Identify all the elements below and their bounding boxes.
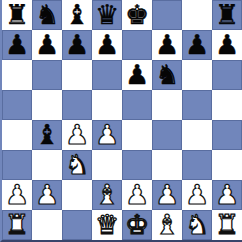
piece-white-pawn-a2[interactable]: ♟ — [5, 180, 29, 210]
square-e3[interactable] — [122, 150, 152, 180]
piece-black-pawn-f7[interactable]: ♟ — [155, 30, 179, 60]
square-a7[interactable]: ♟ — [2, 30, 32, 60]
square-a2[interactable]: ♟ — [2, 180, 32, 210]
square-g2[interactable]: ♟ — [182, 180, 212, 210]
square-h7[interactable]: ♟ — [212, 30, 242, 60]
square-f8[interactable] — [152, 0, 182, 30]
square-e7[interactable] — [122, 30, 152, 60]
piece-black-knight-f6[interactable]: ♞ — [155, 60, 179, 90]
piece-black-rook-h8[interactable]: ♜ — [215, 0, 239, 30]
piece-black-queen-d8[interactable]: ♛ — [95, 0, 119, 30]
piece-black-knight-b8[interactable]: ♞ — [35, 0, 59, 30]
square-g1[interactable]: ♞ — [182, 210, 212, 240]
square-e6[interactable]: ♟ — [122, 60, 152, 90]
square-f1[interactable]: ♝ — [152, 210, 182, 240]
square-e5[interactable] — [122, 90, 152, 120]
square-d3[interactable] — [92, 150, 122, 180]
square-d6[interactable] — [92, 60, 122, 90]
square-h6[interactable] — [212, 60, 242, 90]
piece-black-pawn-g7[interactable]: ♟ — [185, 30, 209, 60]
piece-white-pawn-b2[interactable]: ♟ — [35, 180, 59, 210]
chess-board: ♜♞♝♛♚♜♟♟♟♟♟♟♟♟♞♝♟♟♞♟♟♝♟♟♟♟♜♛♚♝♞♜ — [0, 0, 242, 242]
square-e4[interactable] — [122, 120, 152, 150]
square-f4[interactable] — [152, 120, 182, 150]
piece-black-pawn-h7[interactable]: ♟ — [215, 30, 239, 60]
square-b7[interactable]: ♟ — [32, 30, 62, 60]
piece-black-pawn-c7[interactable]: ♟ — [65, 30, 89, 60]
square-e8[interactable]: ♚ — [122, 0, 152, 30]
piece-white-king-e1[interactable]: ♚ — [125, 210, 149, 240]
piece-black-king-e8[interactable]: ♚ — [125, 0, 149, 30]
piece-white-pawn-e2[interactable]: ♟ — [125, 180, 149, 210]
piece-white-queen-d1[interactable]: ♛ — [95, 210, 119, 240]
square-c5[interactable] — [62, 90, 92, 120]
square-c4[interactable]: ♟ — [62, 120, 92, 150]
square-h5[interactable] — [212, 90, 242, 120]
square-a8[interactable]: ♜ — [2, 0, 32, 30]
square-b6[interactable] — [32, 60, 62, 90]
piece-black-pawn-b7[interactable]: ♟ — [35, 30, 59, 60]
square-d4[interactable]: ♟ — [92, 120, 122, 150]
piece-black-rook-a8[interactable]: ♜ — [5, 0, 29, 30]
piece-white-rook-a1[interactable]: ♜ — [5, 210, 29, 240]
square-h1[interactable]: ♜ — [212, 210, 242, 240]
piece-black-pawn-a7[interactable]: ♟ — [5, 30, 29, 60]
square-b2[interactable]: ♟ — [32, 180, 62, 210]
square-c1[interactable] — [62, 210, 92, 240]
square-d8[interactable]: ♛ — [92, 0, 122, 30]
square-a3[interactable] — [2, 150, 32, 180]
piece-white-pawn-h2[interactable]: ♟ — [215, 180, 239, 210]
square-h3[interactable] — [212, 150, 242, 180]
square-h2[interactable]: ♟ — [212, 180, 242, 210]
piece-white-bishop-f1[interactable]: ♝ — [155, 210, 179, 240]
square-g4[interactable] — [182, 120, 212, 150]
square-c8[interactable]: ♝ — [62, 0, 92, 30]
square-f6[interactable]: ♞ — [152, 60, 182, 90]
square-h4[interactable] — [212, 120, 242, 150]
square-c6[interactable] — [62, 60, 92, 90]
square-a4[interactable] — [2, 120, 32, 150]
square-d1[interactable]: ♛ — [92, 210, 122, 240]
square-b5[interactable] — [32, 90, 62, 120]
piece-black-bishop-c8[interactable]: ♝ — [65, 0, 89, 30]
piece-white-pawn-c4[interactable]: ♟ — [65, 120, 89, 150]
piece-black-bishop-b4[interactable]: ♝ — [35, 120, 59, 150]
square-g7[interactable]: ♟ — [182, 30, 212, 60]
square-c7[interactable]: ♟ — [62, 30, 92, 60]
square-f7[interactable]: ♟ — [152, 30, 182, 60]
square-g6[interactable] — [182, 60, 212, 90]
square-e1[interactable]: ♚ — [122, 210, 152, 240]
square-g3[interactable] — [182, 150, 212, 180]
square-g8[interactable] — [182, 0, 212, 30]
square-b4[interactable]: ♝ — [32, 120, 62, 150]
square-c2[interactable] — [62, 180, 92, 210]
piece-white-pawn-g2[interactable]: ♟ — [185, 180, 209, 210]
square-a6[interactable] — [2, 60, 32, 90]
square-d2[interactable]: ♝ — [92, 180, 122, 210]
square-f5[interactable] — [152, 90, 182, 120]
square-f2[interactable]: ♟ — [152, 180, 182, 210]
chess-board-wrap: ♜♞♝♛♚♜♟♟♟♟♟♟♟♟♞♝♟♟♞♟♟♝♟♟♟♟♜♛♚♝♞♜ — [0, 0, 242, 242]
square-d5[interactable] — [92, 90, 122, 120]
piece-white-knight-g1[interactable]: ♞ — [185, 210, 209, 240]
square-a5[interactable] — [2, 90, 32, 120]
square-d7[interactable]: ♟ — [92, 30, 122, 60]
square-g5[interactable] — [182, 90, 212, 120]
piece-white-pawn-d4[interactable]: ♟ — [95, 120, 119, 150]
square-e2[interactable]: ♟ — [122, 180, 152, 210]
piece-white-bishop-d2[interactable]: ♝ — [95, 180, 119, 210]
square-c3[interactable]: ♞ — [62, 150, 92, 180]
square-a1[interactable]: ♜ — [2, 210, 32, 240]
piece-white-knight-c3[interactable]: ♞ — [65, 150, 89, 180]
square-b8[interactable]: ♞ — [32, 0, 62, 30]
piece-white-pawn-f2[interactable]: ♟ — [155, 180, 179, 210]
piece-black-pawn-e6[interactable]: ♟ — [125, 60, 149, 90]
square-b3[interactable] — [32, 150, 62, 180]
square-h8[interactable]: ♜ — [212, 0, 242, 30]
piece-white-rook-h1[interactable]: ♜ — [215, 210, 239, 240]
square-f3[interactable] — [152, 150, 182, 180]
square-b1[interactable] — [32, 210, 62, 240]
piece-black-pawn-d7[interactable]: ♟ — [95, 30, 119, 60]
